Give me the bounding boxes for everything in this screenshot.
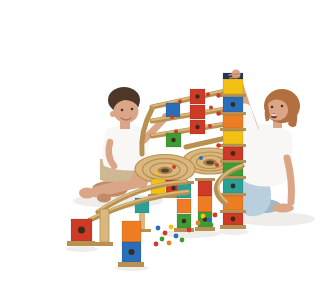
girl-left-arm — [287, 158, 292, 202]
tower-cube-yellow — [223, 79, 243, 94]
funnel-hole — [161, 169, 169, 173]
rail-1-hi — [152, 90, 226, 106]
tower-hole — [231, 102, 236, 107]
floor-marble-blue — [174, 234, 179, 239]
funnel-marble — [172, 165, 176, 169]
scene-canvas — [40, 16, 320, 300]
column-b-red — [198, 181, 212, 196]
column-hole — [129, 249, 135, 255]
column-base — [195, 227, 215, 231]
rail-marble — [208, 124, 212, 128]
floor-marble-red — [213, 213, 218, 218]
floor-marble-green — [209, 223, 214, 228]
girl-sleeve — [245, 110, 253, 133]
girl-eye-right — [281, 105, 284, 108]
floor-marble-green — [180, 238, 185, 243]
tower-rail-marble — [216, 93, 220, 97]
curve-post-base — [95, 242, 113, 246]
funnel-marble — [199, 156, 203, 160]
tower-cube-wood — [220, 210, 246, 213]
girl-hand-floor — [272, 204, 294, 213]
funnel-hole — [206, 161, 214, 165]
exit-cube-base — [67, 241, 95, 246]
floor-marble-blue — [156, 226, 161, 231]
tower-cube-wood — [220, 112, 246, 115]
cube-blue — [166, 103, 180, 117]
rail-marble — [178, 100, 182, 104]
column-a-orange — [177, 199, 191, 213]
zigzag-rails — [142, 90, 226, 154]
column-b-orange — [198, 196, 212, 212]
tower-hole — [231, 151, 236, 156]
boy-eye-right — [131, 108, 134, 111]
boy-ear — [110, 111, 116, 117]
tower-rail-marble — [216, 143, 220, 147]
cube-hole — [171, 138, 175, 142]
funnel-marble — [215, 163, 219, 167]
floor-marble-yellow — [201, 214, 206, 219]
rail-marble — [174, 130, 178, 134]
boy-foot — [79, 188, 95, 199]
tower-cube-yellow — [223, 131, 243, 144]
floor-marble-orange — [167, 241, 172, 246]
tower-shadow — [217, 229, 249, 235]
floor-marble-yellow — [169, 225, 174, 230]
tower-cube-wood — [220, 128, 246, 131]
floor-marble-green — [160, 237, 165, 242]
product-photo — [40, 16, 320, 300]
cube-hole — [171, 186, 175, 190]
tower-cubes — [220, 73, 246, 229]
tower-cube-wood — [220, 160, 246, 163]
tower-hole — [231, 184, 236, 189]
cube-hole — [182, 219, 187, 224]
floor-marble-blue — [207, 218, 212, 223]
tower-cube-wood — [220, 94, 246, 97]
curve-post — [100, 209, 109, 242]
cube-hole — [195, 94, 199, 98]
column-base — [118, 262, 144, 267]
column-slat — [195, 178, 215, 181]
column-orange — [122, 221, 141, 242]
rail-2-hi — [152, 108, 226, 120]
floor-marble-red — [187, 228, 192, 233]
tower-cube-wood — [220, 193, 246, 196]
cube-red-2 — [190, 105, 205, 119]
girl-teeth — [271, 114, 277, 116]
tower-cube-wood — [220, 144, 246, 147]
rail-marble — [209, 106, 213, 110]
floor-marble-orange — [196, 221, 201, 226]
cube-shadow — [66, 246, 98, 252]
cube-hole — [195, 125, 199, 129]
tower-hole — [231, 217, 236, 222]
boy-eye-left — [121, 109, 124, 112]
funnel-marble — [155, 171, 159, 175]
tower-cube-wood — [220, 225, 246, 229]
rail-marble — [170, 115, 174, 119]
floor-marble-red — [163, 231, 168, 236]
tower-rail-marble — [216, 111, 220, 115]
tower-cube-orange — [223, 115, 243, 128]
floor-marble-red — [154, 242, 159, 247]
marble-run — [67, 73, 246, 267]
boy-foot-2 — [97, 194, 111, 203]
girl-eye-left — [271, 106, 274, 109]
rail-marble — [206, 93, 210, 97]
exit-cube-hole — [78, 227, 85, 234]
